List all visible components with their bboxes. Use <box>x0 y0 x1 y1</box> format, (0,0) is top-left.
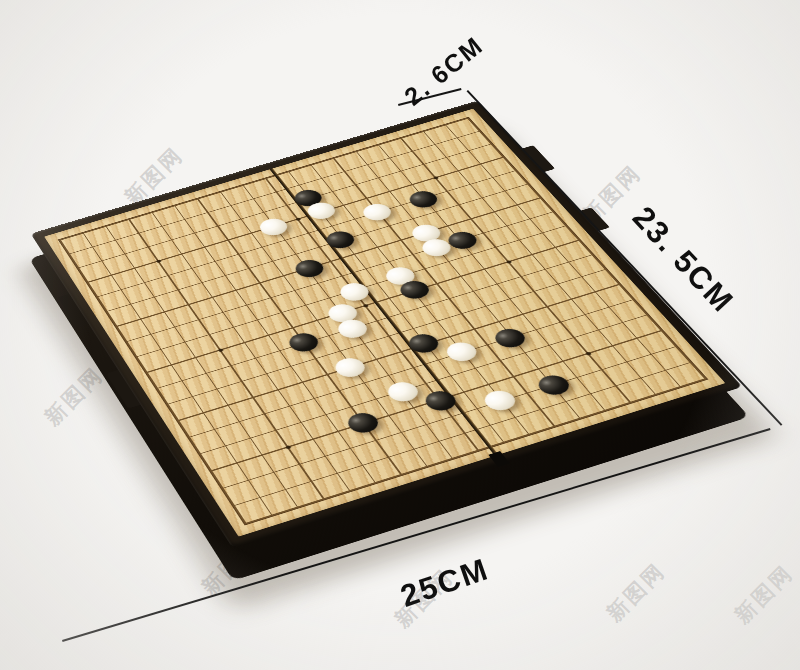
watermark-text: 新图网 <box>729 559 800 630</box>
dimension-label-width: 25CM <box>396 551 493 615</box>
watermark-text: 新图网 <box>601 557 672 628</box>
black-stone-glyph: ● <box>402 281 426 299</box>
white-stone-glyph: ○ <box>262 219 285 236</box>
black-stone-glyph: ● <box>329 231 352 248</box>
black-stone-glyph: ● <box>298 260 321 277</box>
white-stone-glyph: ○ <box>487 391 513 411</box>
white-stone-glyph: ○ <box>449 343 474 362</box>
white-stone-glyph: ○ <box>342 283 366 301</box>
black-stone-glyph: ● <box>541 376 567 395</box>
black-stone-glyph: ● <box>450 232 474 249</box>
black-stone-glyph: ● <box>411 334 436 353</box>
white-stone-glyph: ○ <box>390 382 415 401</box>
white-stone-glyph: ○ <box>425 239 449 256</box>
black-stone-glyph: ● <box>412 191 435 207</box>
black-stone-glyph: ● <box>350 413 375 433</box>
go-board: ●○○○●●●○○●○○○●●○○●○●○●●○● <box>60 118 706 523</box>
product-photo-scene: 新图网新图网新图网新图网新图网新图网新图网 ●○○○●●●○○●○○○●●○○●… <box>0 0 800 670</box>
black-stone-glyph: ● <box>292 333 316 351</box>
black-stone-glyph: ● <box>428 391 454 410</box>
white-stone-glyph: ○ <box>338 358 363 377</box>
white-stone-glyph: ○ <box>366 204 389 221</box>
black-stone-glyph: ● <box>498 329 524 348</box>
white-stone-glyph: ○ <box>340 320 364 338</box>
white-stone-glyph: ○ <box>310 203 333 219</box>
